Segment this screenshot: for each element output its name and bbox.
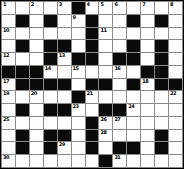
crossword-cell[interactable] <box>99 66 112 78</box>
blocked-cell <box>16 66 29 78</box>
blocked-cell <box>16 40 29 52</box>
crossword-cell[interactable] <box>155 117 168 129</box>
crossword-cell[interactable] <box>16 117 29 129</box>
crossword-cell[interactable] <box>155 28 168 40</box>
blocked-cell <box>44 130 57 142</box>
clue-number: 13 <box>59 53 65 58</box>
blocked-cell <box>44 15 57 27</box>
blocked-cell <box>113 104 126 116</box>
crossword-cell[interactable] <box>58 91 71 103</box>
clue-number: 26 <box>100 117 106 122</box>
crossword-cell[interactable] <box>2 40 15 52</box>
crossword-cell[interactable]: 5 <box>99 2 112 14</box>
crossword-cell[interactable] <box>44 155 57 167</box>
crossword-cell[interactable] <box>127 2 140 14</box>
crossword-cell[interactable]: 20 <box>30 91 43 103</box>
crossword-cell[interactable]: 30 <box>2 155 15 167</box>
clue-number: 15 <box>73 66 79 71</box>
crossword-cell[interactable] <box>30 28 43 40</box>
crossword-cell[interactable] <box>72 117 85 129</box>
clue-number: 2 <box>31 2 34 7</box>
blocked-cell <box>58 104 71 116</box>
blocked-cell <box>127 53 140 65</box>
crossword-cell[interactable] <box>169 53 182 65</box>
blocked-cell <box>72 2 85 14</box>
crossword-cell[interactable]: 16 <box>113 66 126 78</box>
blocked-cell <box>113 142 126 154</box>
crossword-cell[interactable]: 28 <box>99 130 112 142</box>
crossword-cell[interactable] <box>141 104 154 116</box>
crossword-cell[interactable] <box>113 79 126 91</box>
blocked-cell <box>86 79 99 91</box>
blocked-cell <box>86 15 99 27</box>
crossword-cell[interactable] <box>2 15 15 27</box>
crossword-cell[interactable]: 27 <box>113 117 126 129</box>
crossword-cell[interactable] <box>127 28 140 40</box>
crossword-cell[interactable] <box>72 142 85 154</box>
blocked-cell <box>155 15 168 27</box>
crossword-cell[interactable]: 9 <box>72 15 85 27</box>
blocked-cell <box>30 66 43 78</box>
blocked-cell <box>86 53 99 65</box>
crossword-cell[interactable] <box>58 66 71 78</box>
crossword-cell[interactable]: 25 <box>2 117 15 129</box>
blocked-cell <box>169 79 182 91</box>
crossword-cell[interactable] <box>16 28 29 40</box>
crossword-cell[interactable]: 24 <box>127 104 140 116</box>
blocked-cell <box>155 53 168 65</box>
crossword-cell[interactable] <box>72 155 85 167</box>
crossword-cell[interactable] <box>99 53 112 65</box>
crossword-cell[interactable] <box>72 79 85 91</box>
crossword-cell[interactable] <box>141 40 154 52</box>
blocked-cell <box>113 53 126 65</box>
crossword-cell[interactable] <box>141 155 154 167</box>
blocked-cell <box>155 130 168 142</box>
crossword-cell[interactable] <box>141 28 154 40</box>
clue-number: 31 <box>114 155 120 160</box>
blocked-cell <box>30 79 43 91</box>
crossword-cell[interactable]: 23 <box>72 104 85 116</box>
crossword-cell[interactable]: 3 <box>58 2 71 14</box>
crossword-cell[interactable]: 11 <box>99 28 112 40</box>
crossword-cell[interactable] <box>169 66 182 78</box>
crossword-cell[interactable] <box>141 117 154 129</box>
crossword-cell[interactable]: 15 <box>72 66 85 78</box>
crossword-cell[interactable]: 7 <box>141 2 154 14</box>
crossword-cell[interactable]: 4 <box>86 2 99 14</box>
crossword-cell[interactable] <box>127 130 140 142</box>
blocked-cell <box>127 15 140 27</box>
blocked-cell <box>16 142 29 154</box>
clue-number: 4 <box>87 2 90 7</box>
blocked-cell <box>44 79 57 91</box>
crossword-cell[interactable] <box>141 142 154 154</box>
crossword-cell[interactable] <box>99 15 112 27</box>
clue-number: 8 <box>170 2 173 7</box>
blocked-cell <box>86 117 99 129</box>
blocked-cell <box>86 28 99 40</box>
blocked-cell <box>16 130 29 142</box>
clue-number: 17 <box>3 79 9 84</box>
blocked-cell <box>86 142 99 154</box>
blocked-cell <box>44 53 57 65</box>
crossword-cell[interactable] <box>169 15 182 27</box>
crossword-cell[interactable] <box>99 40 112 52</box>
crossword-cell[interactable] <box>2 104 15 116</box>
crossword-cell[interactable]: 10 <box>2 28 15 40</box>
clue-number: 7 <box>142 2 145 7</box>
crossword-board: 1234567891011121314151617181920212223242… <box>0 0 184 169</box>
clue-number: 25 <box>3 117 9 122</box>
crossword-cell[interactable]: 31 <box>113 155 126 167</box>
clue-number: 28 <box>100 130 106 135</box>
crossword-cell[interactable]: 13 <box>58 53 71 65</box>
crossword-cell[interactable] <box>30 40 43 52</box>
crossword-cell[interactable] <box>58 15 71 27</box>
crossword-cell[interactable] <box>113 15 126 27</box>
crossword-cell[interactable]: 26 <box>99 117 112 129</box>
crossword-cell[interactable] <box>16 155 29 167</box>
crossword-cell[interactable] <box>141 15 154 27</box>
crossword-cell[interactable]: 21 <box>86 91 99 103</box>
crossword-cell[interactable] <box>44 117 57 129</box>
clue-number: 22 <box>170 91 176 96</box>
blocked-cell <box>44 142 57 154</box>
crossword-cell[interactable] <box>44 28 57 40</box>
crossword-cell[interactable] <box>30 142 43 154</box>
crossword-cell[interactable] <box>72 28 85 40</box>
crossword-cell[interactable] <box>169 104 182 116</box>
crossword-cell[interactable] <box>155 155 168 167</box>
crossword-cell[interactable] <box>127 155 140 167</box>
blocked-cell <box>141 66 154 78</box>
crossword-cell[interactable] <box>16 91 29 103</box>
crossword-cell[interactable]: 12 <box>2 53 15 65</box>
crossword-cell[interactable] <box>141 91 154 103</box>
crossword-cell[interactable]: 17 <box>2 79 15 91</box>
clue-number: 14 <box>45 66 51 71</box>
blocked-cell <box>155 40 168 52</box>
blocked-cell <box>44 40 57 52</box>
blocked-cell <box>16 15 29 27</box>
blocked-cell <box>58 79 71 91</box>
clue-number: 11 <box>100 28 106 33</box>
blocked-cell <box>127 142 140 154</box>
blocked-cell <box>155 79 168 91</box>
crossword-cell[interactable]: 14 <box>44 66 57 78</box>
crossword-cell[interactable] <box>16 53 29 65</box>
crossword-cell[interactable]: 6 <box>113 2 126 14</box>
crossword-cell[interactable] <box>155 91 168 103</box>
crossword-cell[interactable] <box>169 28 182 40</box>
crossword-cell[interactable] <box>169 142 182 154</box>
clue-number: 30 <box>3 155 9 160</box>
crossword-cell[interactable] <box>99 91 112 103</box>
blocked-cell <box>44 104 57 116</box>
crossword-cell[interactable] <box>86 155 99 167</box>
blocked-cell <box>127 79 140 91</box>
crossword-cell[interactable]: 19 <box>2 91 15 103</box>
crossword-cell[interactable] <box>169 40 182 52</box>
clue-number: 21 <box>87 91 93 96</box>
crossword-cell[interactable] <box>30 117 43 129</box>
clue-number: 23 <box>73 104 79 109</box>
clue-number: 20 <box>31 91 37 96</box>
clue-number: 9 <box>73 15 76 20</box>
blocked-cell <box>155 66 168 78</box>
crossword-cell[interactable] <box>30 155 43 167</box>
crossword-cell[interactable] <box>127 91 140 103</box>
blocked-cell <box>72 53 85 65</box>
clue-number: 27 <box>114 117 120 122</box>
crossword-cell[interactable] <box>169 155 182 167</box>
blocked-cell <box>16 79 29 91</box>
crossword-cell[interactable] <box>30 53 43 65</box>
crossword-cell[interactable] <box>127 66 140 78</box>
crossword-cell[interactable] <box>16 2 29 14</box>
crossword-cell[interactable] <box>155 2 168 14</box>
clue-number: 24 <box>128 104 134 109</box>
blocked-cell <box>86 130 99 142</box>
crossword-cell[interactable] <box>169 117 182 129</box>
crossword-cell[interactable] <box>58 28 71 40</box>
blocked-cell <box>58 130 71 142</box>
blocked-cell <box>16 104 29 116</box>
clue-number: 1 <box>3 2 6 7</box>
crossword-cell[interactable] <box>30 104 43 116</box>
blocked-cell <box>58 40 71 52</box>
crossword-cell[interactable]: 22 <box>169 91 182 103</box>
crossword-cell[interactable] <box>58 117 71 129</box>
crossword-cell[interactable] <box>72 130 85 142</box>
blocked-cell <box>86 40 99 52</box>
crossword-cell[interactable]: 2 <box>30 2 43 14</box>
crossword-cell[interactable] <box>86 66 99 78</box>
crossword-cell[interactable] <box>113 91 126 103</box>
crossword-cell[interactable] <box>2 142 15 154</box>
crossword-cell[interactable] <box>141 53 154 65</box>
blocked-cell <box>72 91 85 103</box>
clue-number: 19 <box>3 91 9 96</box>
blocked-cell <box>2 66 15 78</box>
crossword-cell[interactable] <box>30 130 43 142</box>
crossword-cell[interactable] <box>113 130 126 142</box>
crossword-cell[interactable]: 8 <box>169 2 182 14</box>
crossword-cell[interactable] <box>113 28 126 40</box>
crossword-cell[interactable] <box>169 130 182 142</box>
crossword-cell[interactable]: 1 <box>2 2 15 14</box>
crossword-cell[interactable]: 18 <box>141 79 154 91</box>
crossword-cell[interactable] <box>141 130 154 142</box>
blocked-cell <box>155 142 168 154</box>
crossword-cell[interactable] <box>58 155 71 167</box>
clue-number: 16 <box>114 66 120 71</box>
blocked-cell <box>99 155 112 167</box>
clue-number: 12 <box>3 53 9 58</box>
clue-number: 3 <box>59 2 62 7</box>
blocked-cell <box>99 104 112 116</box>
crossword-cell[interactable] <box>44 2 57 14</box>
blocked-cell <box>127 40 140 52</box>
clue-number: 10 <box>3 28 9 33</box>
crossword-cell[interactable] <box>155 104 168 116</box>
crossword-cell[interactable] <box>99 142 112 154</box>
crossword-cell[interactable] <box>72 40 85 52</box>
clue-number: 5 <box>100 2 103 7</box>
crossword-cell[interactable] <box>2 130 15 142</box>
clue-number: 6 <box>114 2 117 7</box>
clue-number: 29 <box>59 142 65 147</box>
crossword-cell[interactable] <box>86 104 99 116</box>
clue-number: 18 <box>142 79 148 84</box>
crossword-cell[interactable] <box>44 91 57 103</box>
blocked-cell <box>99 79 112 91</box>
crossword-cell[interactable]: 29 <box>58 142 71 154</box>
crossword-cell[interactable] <box>30 15 43 27</box>
crossword-cell[interactable] <box>127 117 140 129</box>
crossword-cell[interactable] <box>113 40 126 52</box>
